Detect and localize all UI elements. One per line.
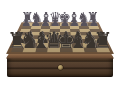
chess-set-photo: ♜♞♝♛♚♝♞♜♟♟♟♟♟♟♟♟♟♟♟♟♟♟♟♟♜♞♝♛♚♝♞♜: [0, 0, 120, 90]
board-square: [72, 47, 85, 52]
chess-board-grid: [10, 23, 109, 52]
board-square: [60, 47, 72, 52]
storage-chest: [7, 56, 113, 77]
chess-board: [6, 22, 114, 54]
board-square: [96, 47, 110, 52]
board-square: [48, 47, 60, 52]
drawer-knob: [58, 65, 63, 70]
board-square: [35, 47, 48, 52]
